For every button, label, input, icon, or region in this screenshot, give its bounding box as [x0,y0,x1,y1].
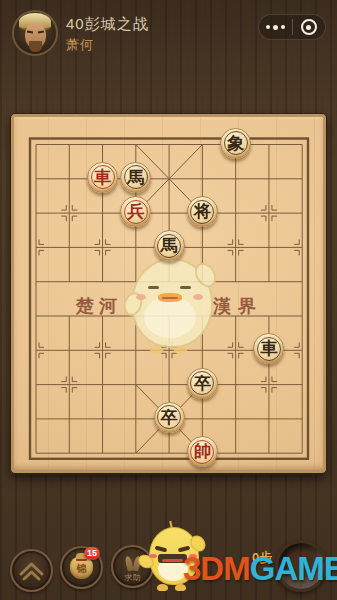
piece-帥-red[interactable]: 帥 [187,436,218,467]
money-pouch-icon: 锦 [70,557,93,579]
chevron-up-icon [12,551,51,590]
wechat-capsule [258,14,326,40]
target-circle-icon [301,19,317,35]
piece-卒-black[interactable]: 卒 [187,368,218,399]
piece-馬-black[interactable]: 馬 [120,162,151,193]
piece-卒-black[interactable]: 卒 [154,402,185,433]
pouch-label: 锦 [70,562,93,576]
beard-shape [29,41,42,52]
avatar [12,10,58,56]
piece-将-black[interactable]: 将 [187,196,218,227]
watermark-3dm: 3DM [183,549,250,587]
xiangqi-board[interactable]: 楚河 漢界 象車馬兵将馬車卒卒帥 [10,113,327,474]
three-dots-icon [273,25,278,30]
three-dots-icon [266,25,270,29]
piece-象-black[interactable]: 象 [220,128,251,159]
watermark: 3DMGAME™ [183,549,337,588]
level-subtitle: 萧何 [66,36,94,54]
chick-mascot-watermark [124,252,216,356]
bag-badge: 15 [84,547,100,560]
app-screen: 40彭城之战 萧何 楚河 漢界 象車馬兵将馬車卒卒帥 [0,0,337,600]
watermark-game: GAME [250,549,337,587]
close-button[interactable] [293,15,326,39]
piece-車-red[interactable]: 車 [87,162,118,193]
three-dots-icon [281,25,285,29]
level-title: 40彭城之战 [66,15,149,34]
piece-馬-black[interactable]: 馬 [154,230,185,261]
more-button[interactable] [259,15,292,39]
collapse-button[interactable] [10,549,53,592]
